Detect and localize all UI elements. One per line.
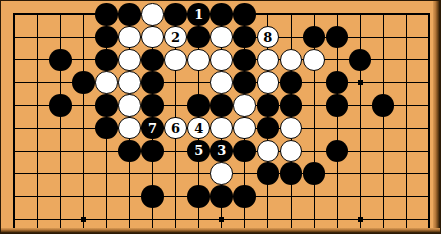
stone-black xyxy=(303,162,326,185)
stone-black xyxy=(233,71,256,94)
stone-white xyxy=(210,71,233,94)
intersection-11-0 xyxy=(256,3,279,26)
intersection-4-1 xyxy=(95,26,118,49)
stone-white xyxy=(164,49,187,72)
intersection-12-6 xyxy=(279,140,302,163)
intersection-17-7 xyxy=(395,162,418,185)
stone-black xyxy=(141,49,164,72)
stone-black xyxy=(257,94,280,117)
intersection-15-4 xyxy=(348,94,371,117)
intersection-5-2 xyxy=(118,48,141,71)
intersection-0-5 xyxy=(3,117,26,140)
intersection-11-1: 8 xyxy=(256,26,279,49)
intersection-15-5 xyxy=(348,117,371,140)
intersection-15-1 xyxy=(348,26,371,49)
stone-white-move-8: 8 xyxy=(257,26,280,49)
move-number-label: 6 xyxy=(171,122,180,135)
intersection-6-7 xyxy=(141,162,164,185)
stone-white xyxy=(118,49,141,72)
stone-white xyxy=(257,71,280,94)
stone-black xyxy=(49,94,72,117)
intersection-3-2 xyxy=(72,48,95,71)
intersection-0-0 xyxy=(3,3,26,26)
intersection-0-3 xyxy=(3,71,26,94)
intersection-0-6 xyxy=(3,140,26,163)
intersection-7-5: 6 xyxy=(164,117,187,140)
intersection-17-4 xyxy=(395,94,418,117)
stone-white xyxy=(210,117,233,140)
intersection-5-6 xyxy=(118,140,141,163)
intersection-13-3 xyxy=(302,71,325,94)
intersection-16-5 xyxy=(372,117,395,140)
intersection-4-6 xyxy=(95,140,118,163)
intersection-1-5 xyxy=(26,117,49,140)
stone-black xyxy=(95,117,118,140)
intersection-11-6 xyxy=(256,140,279,163)
stone-black xyxy=(326,26,349,49)
stone-white xyxy=(280,49,303,72)
intersection-12-0 xyxy=(279,3,302,26)
stone-black-move-5: 5 xyxy=(187,140,210,163)
intersection-8-7 xyxy=(187,162,210,185)
intersection-0-4 xyxy=(3,94,26,117)
intersection-10-8 xyxy=(233,185,256,208)
intersection-3-5 xyxy=(72,117,95,140)
intersection-8-1 xyxy=(187,26,210,49)
intersection-16-6 xyxy=(372,140,395,163)
stone-black xyxy=(49,49,72,72)
move-number-label: 7 xyxy=(148,122,157,135)
intersection-10-7 xyxy=(233,162,256,185)
stone-white xyxy=(141,26,164,49)
stone-white xyxy=(118,71,141,94)
intersection-6-1 xyxy=(141,26,164,49)
go-board: 12876453 xyxy=(3,3,441,231)
intersection-1-8 xyxy=(26,185,49,208)
intersection-7-6 xyxy=(164,140,187,163)
stone-white-move-6: 6 xyxy=(164,117,187,140)
stone-black xyxy=(233,185,256,208)
intersection-9-4 xyxy=(210,94,233,117)
stone-black-move-1: 1 xyxy=(187,3,210,26)
intersection-13-5 xyxy=(302,117,325,140)
stone-black xyxy=(141,94,164,117)
intersection-0-8 xyxy=(3,185,26,208)
intersection-5-8 xyxy=(118,185,141,208)
stone-black xyxy=(233,49,256,72)
intersection-4-2 xyxy=(95,48,118,71)
go-diagram: 12876453 xyxy=(0,0,441,234)
intersection-16-0 xyxy=(372,3,395,26)
move-number-label: 8 xyxy=(263,31,272,44)
stone-white xyxy=(210,162,233,185)
intersection-5-1 xyxy=(118,26,141,49)
intersection-5-7 xyxy=(118,162,141,185)
intersection-2-5 xyxy=(49,117,72,140)
stone-black xyxy=(118,140,141,163)
stone-white xyxy=(280,140,303,163)
intersection-9-7 xyxy=(210,162,233,185)
stone-black xyxy=(95,26,118,49)
stone-black xyxy=(187,185,210,208)
intersection-8-2 xyxy=(187,48,210,71)
intersection-15-0 xyxy=(348,3,371,26)
stone-black xyxy=(233,26,256,49)
intersection-14-1 xyxy=(325,26,348,49)
intersection-10-0 xyxy=(233,3,256,26)
intersection-3-1 xyxy=(72,26,95,49)
intersection-3-3 xyxy=(72,71,95,94)
intersection-16-8 xyxy=(372,185,395,208)
stone-black xyxy=(118,3,141,26)
intersection-12-1 xyxy=(279,26,302,49)
stone-white xyxy=(141,3,164,26)
stone-black xyxy=(257,162,280,185)
intersection-2-0 xyxy=(49,3,72,26)
intersection-2-8 xyxy=(49,185,72,208)
move-number-label: 5 xyxy=(194,144,203,157)
stone-white xyxy=(210,26,233,49)
stone-black xyxy=(349,49,372,72)
intersection-1-0 xyxy=(26,3,49,26)
intersection-16-2 xyxy=(372,48,395,71)
intersection-6-3 xyxy=(141,71,164,94)
intersection-7-3 xyxy=(164,71,187,94)
intersection-0-7 xyxy=(3,162,26,185)
intersection-15-7 xyxy=(348,162,371,185)
intersection-11-3 xyxy=(256,71,279,94)
frame-bottom-edge xyxy=(1,228,440,233)
intersection-9-6: 3 xyxy=(210,140,233,163)
stone-white-move-2: 2 xyxy=(164,26,187,49)
move-number-label: 4 xyxy=(194,122,203,135)
move-number-label: 2 xyxy=(171,31,180,44)
stone-black xyxy=(210,94,233,117)
intersection-9-0 xyxy=(210,3,233,26)
intersection-6-5: 7 xyxy=(141,117,164,140)
intersection-6-4 xyxy=(141,94,164,117)
intersection-11-7 xyxy=(256,162,279,185)
intersection-12-3 xyxy=(279,71,302,94)
stone-black xyxy=(233,140,256,163)
stone-white xyxy=(280,117,303,140)
intersection-10-2 xyxy=(233,48,256,71)
intersection-11-8 xyxy=(256,185,279,208)
stone-white xyxy=(95,71,118,94)
intersection-14-5 xyxy=(325,117,348,140)
stone-black xyxy=(280,71,303,94)
stone-black xyxy=(95,49,118,72)
intersection-8-6: 5 xyxy=(187,140,210,163)
intersection-3-0 xyxy=(72,3,95,26)
stone-black xyxy=(303,26,326,49)
intersection-17-3 xyxy=(395,71,418,94)
intersection-3-8 xyxy=(72,185,95,208)
stone-white xyxy=(257,49,280,72)
stone-black xyxy=(95,3,118,26)
move-number-label: 1 xyxy=(194,8,203,21)
intersection-15-6 xyxy=(348,140,371,163)
stone-black xyxy=(326,71,349,94)
intersection-14-0 xyxy=(325,3,348,26)
intersection-4-3 xyxy=(95,71,118,94)
intersection-9-8 xyxy=(210,185,233,208)
stone-black xyxy=(95,94,118,117)
intersection-6-2 xyxy=(141,48,164,71)
stone-white xyxy=(210,49,233,72)
intersection-8-0: 1 xyxy=(187,3,210,26)
intersection-8-8 xyxy=(187,185,210,208)
intersection-1-1 xyxy=(26,26,49,49)
intersection-13-4 xyxy=(302,94,325,117)
intersection-13-6 xyxy=(302,140,325,163)
intersection-1-7 xyxy=(26,162,49,185)
stone-black xyxy=(141,71,164,94)
stone-white xyxy=(303,49,326,72)
intersection-15-8 xyxy=(348,185,371,208)
stone-black xyxy=(326,94,349,117)
intersection-14-6 xyxy=(325,140,348,163)
intersection-11-4 xyxy=(256,94,279,117)
stone-black-move-3: 3 xyxy=(210,140,233,163)
frame-right-edge xyxy=(433,1,440,233)
stone-black xyxy=(233,3,256,26)
stone-black xyxy=(280,94,303,117)
intersection-7-8 xyxy=(164,185,187,208)
intersection-4-0 xyxy=(95,3,118,26)
intersection-15-3 xyxy=(348,71,371,94)
stone-black xyxy=(280,162,303,185)
stone-black-move-7: 7 xyxy=(141,117,164,140)
stone-black xyxy=(72,71,95,94)
intersection-17-8 xyxy=(395,185,418,208)
intersection-5-3 xyxy=(118,71,141,94)
intersection-0-2 xyxy=(3,48,26,71)
intersection-12-4 xyxy=(279,94,302,117)
intersection-13-7 xyxy=(302,162,325,185)
intersection-10-4 xyxy=(233,94,256,117)
move-number-label: 3 xyxy=(217,144,226,157)
intersection-17-5 xyxy=(395,117,418,140)
intersection-14-8 xyxy=(325,185,348,208)
intersection-3-6 xyxy=(72,140,95,163)
intersection-6-6 xyxy=(141,140,164,163)
intersection-13-8 xyxy=(302,185,325,208)
intersection-7-0 xyxy=(164,3,187,26)
intersection-1-4 xyxy=(26,94,49,117)
intersection-9-5 xyxy=(210,117,233,140)
intersection-6-8 xyxy=(141,185,164,208)
intersection-8-4 xyxy=(187,94,210,117)
intersection-12-7 xyxy=(279,162,302,185)
intersection-3-7 xyxy=(72,162,95,185)
intersection-7-2 xyxy=(164,48,187,71)
intersection-13-2 xyxy=(302,48,325,71)
intersection-9-1 xyxy=(210,26,233,49)
intersection-9-3 xyxy=(210,71,233,94)
stone-white xyxy=(233,117,256,140)
intersection-13-0 xyxy=(302,3,325,26)
intersection-15-2 xyxy=(348,48,371,71)
intersection-7-4 xyxy=(164,94,187,117)
stone-white xyxy=(118,26,141,49)
intersection-10-1 xyxy=(233,26,256,49)
intersection-1-3 xyxy=(26,71,49,94)
intersection-2-4 xyxy=(49,94,72,117)
intersection-1-6 xyxy=(26,140,49,163)
stone-white-move-4: 4 xyxy=(187,117,210,140)
intersection-0-1 xyxy=(3,26,26,49)
stone-black xyxy=(141,140,164,163)
intersection-5-4 xyxy=(118,94,141,117)
intersection-8-3 xyxy=(187,71,210,94)
intersection-9-2 xyxy=(210,48,233,71)
intersection-16-4 xyxy=(372,94,395,117)
intersection-4-4 xyxy=(95,94,118,117)
stone-black xyxy=(257,117,280,140)
intersection-2-1 xyxy=(49,26,72,49)
intersection-5-0 xyxy=(118,3,141,26)
intersection-10-6 xyxy=(233,140,256,163)
intersection-2-6 xyxy=(49,140,72,163)
stone-white xyxy=(187,49,210,72)
stone-black xyxy=(210,185,233,208)
intersection-4-5 xyxy=(95,117,118,140)
stone-white xyxy=(118,94,141,117)
intersection-7-7 xyxy=(164,162,187,185)
intersection-17-6 xyxy=(395,140,418,163)
intersection-11-2 xyxy=(256,48,279,71)
intersection-10-5 xyxy=(233,117,256,140)
stone-white xyxy=(257,140,280,163)
stone-black xyxy=(164,3,187,26)
stone-black xyxy=(187,94,210,117)
intersection-2-7 xyxy=(49,162,72,185)
intersection-16-1 xyxy=(372,26,395,49)
intersection-14-3 xyxy=(325,71,348,94)
intersection-12-2 xyxy=(279,48,302,71)
intersection-17-1 xyxy=(395,26,418,49)
intersection-17-2 xyxy=(395,48,418,71)
intersection-3-4 xyxy=(72,94,95,117)
intersection-16-7 xyxy=(372,162,395,185)
intersection-16-3 xyxy=(372,71,395,94)
intersection-2-3 xyxy=(49,71,72,94)
intersection-7-1: 2 xyxy=(164,26,187,49)
intersection-12-8 xyxy=(279,185,302,208)
intersection-14-2 xyxy=(325,48,348,71)
intersection-14-4 xyxy=(325,94,348,117)
stone-white xyxy=(233,94,256,117)
intersection-14-7 xyxy=(325,162,348,185)
intersection-17-0 xyxy=(395,3,418,26)
stone-black xyxy=(326,140,349,163)
intersection-12-5 xyxy=(279,117,302,140)
intersection-11-5 xyxy=(256,117,279,140)
intersection-8-5: 4 xyxy=(187,117,210,140)
stone-black xyxy=(210,3,233,26)
intersection-6-0 xyxy=(141,3,164,26)
stone-black xyxy=(141,185,164,208)
intersection-5-5 xyxy=(118,117,141,140)
intersection-4-8 xyxy=(95,185,118,208)
stone-black xyxy=(372,94,395,117)
stone-black xyxy=(187,26,210,49)
intersection-13-1 xyxy=(302,26,325,49)
intersection-10-3 xyxy=(233,71,256,94)
intersection-4-7 xyxy=(95,162,118,185)
stone-white xyxy=(118,117,141,140)
intersection-1-2 xyxy=(26,48,49,71)
intersection-2-2 xyxy=(49,48,72,71)
